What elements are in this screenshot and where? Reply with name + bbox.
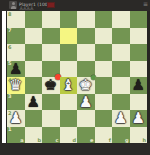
rank-label-8: 8 <box>8 12 11 17</box>
square-g2[interactable]: ♟ <box>112 110 130 127</box>
square-h1[interactable]: h <box>130 127 148 144</box>
square-a7[interactable]: 7 <box>7 28 25 45</box>
square-g6[interactable] <box>112 44 130 61</box>
square-f5[interactable] <box>95 61 113 78</box>
square-f8[interactable] <box>95 11 113 28</box>
square-b4[interactable] <box>25 77 43 94</box>
square-b5[interactable] <box>25 61 43 78</box>
square-a8[interactable]: 8 <box>7 11 25 28</box>
square-f4[interactable] <box>95 77 113 94</box>
square-e2[interactable] <box>77 110 95 127</box>
square-h8[interactable] <box>130 11 148 28</box>
square-e4[interactable]: ♚ <box>77 77 95 94</box>
square-f7[interactable] <box>95 28 113 45</box>
white-pawn[interactable]: ♟ <box>77 94 95 111</box>
square-b1[interactable]: b <box>25 127 43 144</box>
square-d1[interactable]: d <box>60 127 78 144</box>
square-c3[interactable] <box>42 94 60 111</box>
square-f2[interactable] <box>95 110 113 127</box>
square-e6[interactable] <box>77 44 95 61</box>
white-queen[interactable]: ♛ <box>7 77 25 94</box>
white-pawn[interactable]: ♟ <box>130 110 148 127</box>
game-window: Player1 (1000) ♙♙♙♙ ≡ 8765♟4♛♚♝♚♟3♟♟2♟♟♟… <box>0 0 150 155</box>
square-a1[interactable]: 1a <box>7 127 25 144</box>
square-a2[interactable]: 2♟ <box>7 110 25 127</box>
file-label-g: g <box>125 138 129 143</box>
square-d4[interactable]: ♝ <box>60 77 78 94</box>
square-h4[interactable]: ♟ <box>130 77 148 94</box>
square-g8[interactable] <box>112 11 130 28</box>
file-label-h: h <box>142 138 146 143</box>
square-a6[interactable]: 6 <box>7 44 25 61</box>
square-c1[interactable]: c <box>42 127 60 144</box>
bottom-player-bar: Matias ♙♙ <box>0 143 150 155</box>
square-g1[interactable]: g <box>112 127 130 144</box>
square-e7[interactable] <box>77 28 95 45</box>
square-c2[interactable] <box>42 110 60 127</box>
square-f1[interactable]: f <box>95 127 113 144</box>
rank-label-3: 3 <box>8 94 11 99</box>
opponent-flag-icon <box>47 2 55 8</box>
rank-label-1: 1 <box>8 127 11 132</box>
square-b6[interactable] <box>25 44 43 61</box>
square-e8[interactable] <box>77 11 95 28</box>
file-label-a: a <box>20 138 23 143</box>
square-f3[interactable] <box>95 94 113 111</box>
square-a3[interactable]: 3 <box>7 94 25 111</box>
evaluation-bar <box>2 11 6 143</box>
square-h3[interactable] <box>130 94 148 111</box>
square-e1[interactable]: e <box>77 127 95 144</box>
rank-label-7: 7 <box>8 28 11 33</box>
square-c4[interactable]: ♚ <box>42 77 60 94</box>
white-bishop[interactable]: ♝ <box>60 77 78 94</box>
square-f6[interactable] <box>95 44 113 61</box>
square-c7[interactable] <box>42 28 60 45</box>
square-b7[interactable] <box>25 28 43 45</box>
black-pawn[interactable]: ♟ <box>25 94 43 111</box>
square-d8[interactable] <box>60 11 78 28</box>
top-player-bar: Player1 (1000) ♙♙♙♙ ≡ <box>0 0 150 11</box>
square-a5[interactable]: 5♟ <box>7 61 25 78</box>
square-b8[interactable] <box>25 11 43 28</box>
square-a4[interactable]: 4♛ <box>7 77 25 94</box>
square-h5[interactable] <box>130 61 148 78</box>
square-g4[interactable] <box>112 77 130 94</box>
file-label-b: b <box>37 138 41 143</box>
square-h7[interactable] <box>130 28 148 45</box>
white-pawn[interactable]: ♟ <box>112 110 130 127</box>
square-g3[interactable] <box>112 94 130 111</box>
square-b3[interactable]: ♟ <box>25 94 43 111</box>
square-g5[interactable] <box>112 61 130 78</box>
black-pawn[interactable]: ♟ <box>130 77 148 94</box>
square-d3[interactable] <box>60 94 78 111</box>
file-label-f: f <box>109 138 111 143</box>
file-label-d: d <box>72 138 76 143</box>
square-d6[interactable] <box>60 44 78 61</box>
square-b2[interactable] <box>25 110 43 127</box>
menu-icon[interactable]: ≡ <box>143 0 148 8</box>
square-e3[interactable]: ♟ <box>77 94 95 111</box>
black-pawn[interactable]: ♟ <box>7 61 25 78</box>
square-h6[interactable] <box>130 44 148 61</box>
square-c6[interactable] <box>42 44 60 61</box>
square-c8[interactable] <box>42 11 60 28</box>
file-label-c: c <box>56 138 59 143</box>
square-d7[interactable] <box>60 28 78 45</box>
square-d2[interactable] <box>60 110 78 127</box>
evaluation-bar-white-fill <box>2 11 6 143</box>
square-d5[interactable] <box>60 61 78 78</box>
file-label-e: e <box>90 138 93 143</box>
square-h2[interactable]: ♟ <box>130 110 148 127</box>
rank-label-6: 6 <box>8 45 11 50</box>
opponent-avatar[interactable] <box>9 1 17 9</box>
white-pawn[interactable]: ♟ <box>7 110 25 127</box>
chess-board[interactable]: 8765♟4♛♚♝♚♟3♟♟2♟♟♟1abcdefgh <box>7 11 147 143</box>
square-g7[interactable] <box>112 28 130 45</box>
